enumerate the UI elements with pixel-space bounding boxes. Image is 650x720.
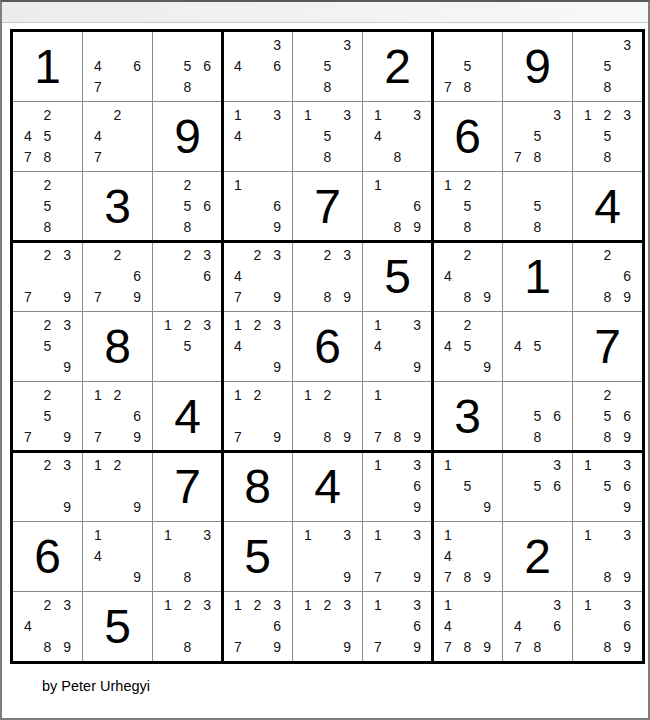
candidate-empty bbox=[57, 104, 77, 125]
cell-r1c9[interactable]: 358 bbox=[573, 32, 642, 101]
candidate-empty bbox=[127, 524, 147, 545]
candidate-empty bbox=[547, 217, 567, 238]
cell-r6c2[interactable]: 12679 bbox=[83, 382, 152, 451]
candidate-empty bbox=[248, 195, 268, 216]
candidate-empty bbox=[438, 195, 458, 216]
candidate-empty bbox=[127, 475, 147, 496]
cell-r3c6[interactable]: 1689 bbox=[363, 172, 432, 241]
cell-r8c3[interactable]: 138 bbox=[153, 522, 222, 591]
cell-r5c6[interactable]: 1349 bbox=[363, 312, 432, 381]
candidate-empty bbox=[388, 545, 408, 566]
candidate-empty bbox=[388, 454, 408, 475]
cell-r2c4[interactable]: 134 bbox=[223, 102, 292, 171]
candidate-3: 3 bbox=[547, 454, 567, 475]
cell-r8c5[interactable]: 139 bbox=[293, 522, 362, 591]
candidate-5: 5 bbox=[318, 125, 338, 146]
candidate-empty bbox=[197, 287, 217, 308]
candidate-2: 2 bbox=[248, 244, 268, 265]
cell-r1c8[interactable]: 9 bbox=[503, 32, 572, 101]
cell-r5c7[interactable]: 2459 bbox=[433, 312, 502, 381]
candidate-5: 5 bbox=[458, 475, 478, 496]
cell-r2c1[interactable]: 24578 bbox=[13, 102, 82, 171]
candidate-9: 9 bbox=[617, 287, 637, 308]
candidate-empty bbox=[248, 104, 268, 125]
candidate-3: 3 bbox=[617, 34, 637, 55]
cell-r3c2[interactable]: 3 bbox=[83, 172, 152, 241]
candidate-empty bbox=[267, 265, 287, 286]
cell-r8c6[interactable]: 1379 bbox=[363, 522, 432, 591]
candidate-9: 9 bbox=[617, 567, 637, 588]
candidate-9: 9 bbox=[337, 427, 357, 448]
candidate-6: 6 bbox=[127, 55, 147, 76]
cell-r2c6[interactable]: 1348 bbox=[363, 102, 432, 171]
candidate-empty bbox=[38, 287, 58, 308]
candidate-6: 6 bbox=[617, 475, 637, 496]
cell-r5c2[interactable]: 8 bbox=[83, 312, 152, 381]
candidate-empty bbox=[298, 287, 318, 308]
candidate-8: 8 bbox=[598, 77, 618, 98]
candidate-empty bbox=[248, 427, 268, 448]
candidate-empty bbox=[578, 545, 598, 566]
candidate-empty bbox=[38, 427, 58, 448]
candidate-empty bbox=[477, 314, 497, 335]
candidate-3: 3 bbox=[407, 454, 427, 475]
candidate-empty bbox=[248, 55, 268, 76]
candidate-9: 9 bbox=[407, 357, 427, 378]
candidate-5: 5 bbox=[528, 125, 548, 146]
candidate-empty bbox=[108, 405, 128, 426]
candidate-1: 1 bbox=[438, 454, 458, 475]
sudoku-board: 1467568346358257893582457824791341358134… bbox=[10, 29, 645, 664]
candidate-3: 3 bbox=[57, 594, 77, 615]
candidate-6: 6 bbox=[267, 615, 287, 636]
candidate-1: 1 bbox=[368, 454, 388, 475]
candidate-5: 5 bbox=[38, 405, 58, 426]
cell-r9c8[interactable]: 34678 bbox=[503, 592, 572, 661]
pencil-marks: 578 bbox=[433, 32, 502, 101]
candidate-empty bbox=[18, 314, 38, 335]
cell-r7c5[interactable]: 4 bbox=[293, 452, 362, 521]
candidate-2: 2 bbox=[318, 594, 338, 615]
candidate-empty bbox=[248, 77, 268, 98]
candidate-9: 9 bbox=[407, 427, 427, 448]
candidate-empty bbox=[178, 34, 198, 55]
candidate-empty bbox=[197, 637, 217, 658]
candidate-empty bbox=[477, 335, 497, 356]
cell-r6c5[interactable]: 1289 bbox=[293, 382, 362, 451]
candidate-empty bbox=[388, 524, 408, 545]
candidate-empty bbox=[108, 427, 128, 448]
candidate-2: 2 bbox=[458, 314, 478, 335]
cell-r8c9[interactable]: 1389 bbox=[573, 522, 642, 591]
candidate-empty bbox=[228, 217, 248, 238]
cell-r9c7[interactable]: 14789 bbox=[433, 592, 502, 661]
cell-r4c6[interactable]: 5 bbox=[363, 242, 432, 311]
candidate-4: 4 bbox=[88, 125, 108, 146]
candidate-3: 3 bbox=[337, 244, 357, 265]
candidate-empty bbox=[578, 34, 598, 55]
candidate-1: 1 bbox=[228, 384, 248, 405]
pencil-marks: 2689 bbox=[573, 242, 642, 311]
cell-r6c1[interactable]: 2579 bbox=[13, 382, 82, 451]
pencil-marks: 1239 bbox=[293, 592, 362, 661]
cell-r8c2[interactable]: 149 bbox=[83, 522, 152, 591]
candidate-6: 6 bbox=[127, 265, 147, 286]
candidate-empty bbox=[458, 454, 478, 475]
cell-r4c2[interactable]: 2679 bbox=[83, 242, 152, 311]
cell-r5c5[interactable]: 6 bbox=[293, 312, 362, 381]
candidate-9: 9 bbox=[617, 497, 637, 518]
candidate-3: 3 bbox=[337, 594, 357, 615]
pencil-marks: 1369 bbox=[363, 452, 432, 521]
candidate-empty bbox=[388, 104, 408, 125]
candidate-2: 2 bbox=[38, 454, 58, 475]
cell-r7c9[interactable]: 13569 bbox=[573, 452, 642, 521]
candidate-2: 2 bbox=[248, 594, 268, 615]
candidate-7: 7 bbox=[508, 637, 528, 658]
candidate-8: 8 bbox=[458, 567, 478, 588]
candidate-empty bbox=[388, 594, 408, 615]
candidate-7: 7 bbox=[228, 287, 248, 308]
cell-r3c4[interactable]: 169 bbox=[223, 172, 292, 241]
candidate-3: 3 bbox=[267, 594, 287, 615]
candidate-9: 9 bbox=[267, 427, 287, 448]
big-digit: 7 bbox=[594, 323, 621, 371]
candidate-empty bbox=[248, 174, 268, 195]
candidate-empty bbox=[407, 147, 427, 168]
cell-r1c3[interactable]: 568 bbox=[153, 32, 222, 101]
candidate-empty bbox=[547, 125, 567, 146]
candidate-empty bbox=[617, 244, 637, 265]
candidate-empty bbox=[108, 55, 128, 76]
candidate-empty bbox=[298, 545, 318, 566]
candidate-1: 1 bbox=[578, 524, 598, 545]
cell-r1c2[interactable]: 467 bbox=[83, 32, 152, 101]
cell-r6c7[interactable]: 3 bbox=[433, 382, 502, 451]
candidate-empty bbox=[158, 265, 178, 286]
candidate-empty bbox=[508, 427, 528, 448]
candidate-5: 5 bbox=[458, 55, 478, 76]
candidate-empty bbox=[228, 147, 248, 168]
candidate-8: 8 bbox=[528, 217, 548, 238]
candidate-4: 4 bbox=[508, 615, 528, 636]
candidate-4: 4 bbox=[438, 615, 458, 636]
candidate-empty bbox=[197, 77, 217, 98]
candidate-empty bbox=[108, 545, 128, 566]
cell-r7c6[interactable]: 1369 bbox=[363, 452, 432, 521]
candidate-empty bbox=[158, 567, 178, 588]
candidate-empty bbox=[158, 545, 178, 566]
candidate-8: 8 bbox=[388, 147, 408, 168]
candidate-empty bbox=[598, 454, 618, 475]
cell-r7c3[interactable]: 7 bbox=[153, 452, 222, 521]
cell-r9c2[interactable]: 5 bbox=[83, 592, 152, 661]
cell-r2c9[interactable]: 12358 bbox=[573, 102, 642, 171]
candidate-empty bbox=[337, 265, 357, 286]
candidate-3: 3 bbox=[617, 454, 637, 475]
candidate-empty bbox=[108, 265, 128, 286]
candidate-empty bbox=[458, 615, 478, 636]
candidate-9: 9 bbox=[477, 287, 497, 308]
candidate-empty bbox=[298, 77, 318, 98]
candidate-1: 1 bbox=[88, 454, 108, 475]
candidate-5: 5 bbox=[178, 195, 198, 216]
candidate-empty bbox=[318, 545, 338, 566]
big-digit: 9 bbox=[174, 113, 201, 161]
pencil-marks: 25689 bbox=[573, 382, 642, 451]
pencil-marks: 2359 bbox=[13, 312, 82, 381]
cell-r3c1[interactable]: 258 bbox=[13, 172, 82, 241]
pencil-marks: 12349 bbox=[223, 312, 292, 381]
candidate-empty bbox=[108, 567, 128, 588]
candidate-4: 4 bbox=[438, 545, 458, 566]
cell-r4c7[interactable]: 2489 bbox=[433, 242, 502, 311]
cell-r6c6[interactable]: 1789 bbox=[363, 382, 432, 451]
cell-r1c6[interactable]: 2 bbox=[363, 32, 432, 101]
big-digit: 6 bbox=[314, 323, 341, 371]
candidate-6: 6 bbox=[547, 405, 567, 426]
candidate-empty bbox=[388, 567, 408, 588]
candidate-2: 2 bbox=[248, 314, 268, 335]
cell-r3c3[interactable]: 2568 bbox=[153, 172, 222, 241]
cell-r4c9[interactable]: 2689 bbox=[573, 242, 642, 311]
cell-r1c7[interactable]: 578 bbox=[433, 32, 502, 101]
candidate-3: 3 bbox=[547, 594, 567, 615]
cell-r8c1[interactable]: 6 bbox=[13, 522, 82, 591]
candidate-empty bbox=[578, 77, 598, 98]
cell-r9c9[interactable]: 13689 bbox=[573, 592, 642, 661]
cell-r7c8[interactable]: 356 bbox=[503, 452, 572, 521]
candidate-empty bbox=[158, 195, 178, 216]
candidate-empty bbox=[578, 405, 598, 426]
cell-r9c4[interactable]: 123679 bbox=[223, 592, 292, 661]
candidate-empty bbox=[18, 174, 38, 195]
cell-r9c6[interactable]: 13679 bbox=[363, 592, 432, 661]
cell-r3c7[interactable]: 1258 bbox=[433, 172, 502, 241]
candidate-1: 1 bbox=[438, 524, 458, 545]
candidate-empty bbox=[197, 335, 217, 356]
candidate-empty bbox=[228, 357, 248, 378]
cell-r1c5[interactable]: 358 bbox=[293, 32, 362, 101]
candidate-9: 9 bbox=[57, 427, 77, 448]
big-digit: 8 bbox=[244, 463, 271, 511]
cell-r5c1[interactable]: 2359 bbox=[13, 312, 82, 381]
candidate-empty bbox=[18, 454, 38, 475]
cell-r6c4[interactable]: 1279 bbox=[223, 382, 292, 451]
candidate-empty bbox=[477, 265, 497, 286]
pencil-marks: 568 bbox=[503, 382, 572, 451]
candidate-5: 5 bbox=[528, 475, 548, 496]
candidate-3: 3 bbox=[267, 104, 287, 125]
candidate-1: 1 bbox=[158, 314, 178, 335]
candidate-empty bbox=[477, 195, 497, 216]
candidate-7: 7 bbox=[438, 637, 458, 658]
candidate-empty bbox=[248, 357, 268, 378]
candidate-8: 8 bbox=[178, 77, 198, 98]
cell-r7c1[interactable]: 239 bbox=[13, 452, 82, 521]
candidate-6: 6 bbox=[127, 405, 147, 426]
candidate-1: 1 bbox=[368, 524, 388, 545]
candidate-4: 4 bbox=[368, 335, 388, 356]
pencil-marks: 23489 bbox=[13, 592, 82, 661]
candidate-9: 9 bbox=[617, 637, 637, 658]
pencil-marks: 2568 bbox=[153, 172, 222, 241]
candidate-empty bbox=[298, 34, 318, 55]
pencil-marks: 12358 bbox=[573, 102, 642, 171]
candidate-empty bbox=[438, 497, 458, 518]
candidate-3: 3 bbox=[267, 314, 287, 335]
cell-r5c3[interactable]: 1235 bbox=[153, 312, 222, 381]
cell-r3c5[interactable]: 7 bbox=[293, 172, 362, 241]
candidate-5: 5 bbox=[528, 335, 548, 356]
candidate-empty bbox=[18, 637, 38, 658]
candidate-7: 7 bbox=[368, 427, 388, 448]
candidate-2: 2 bbox=[38, 314, 58, 335]
cell-r8c4[interactable]: 5 bbox=[223, 522, 292, 591]
candidate-empty bbox=[158, 55, 178, 76]
cell-r2c3[interactable]: 9 bbox=[153, 102, 222, 171]
candidate-1: 1 bbox=[298, 384, 318, 405]
cell-r2c2[interactable]: 247 bbox=[83, 102, 152, 171]
candidate-8: 8 bbox=[598, 147, 618, 168]
candidate-empty bbox=[298, 244, 318, 265]
cell-r1c1[interactable]: 1 bbox=[13, 32, 82, 101]
candidate-5: 5 bbox=[458, 335, 478, 356]
cell-r8c8[interactable]: 2 bbox=[503, 522, 572, 591]
pencil-marks: 13679 bbox=[363, 592, 432, 661]
candidate-empty bbox=[18, 405, 38, 426]
cell-r4c8[interactable]: 1 bbox=[503, 242, 572, 311]
candidate-empty bbox=[477, 615, 497, 636]
pencil-marks: 138 bbox=[153, 522, 222, 591]
cell-r2c7[interactable]: 6 bbox=[433, 102, 502, 171]
cell-r3c9[interactable]: 4 bbox=[573, 172, 642, 241]
candidate-empty bbox=[477, 475, 497, 496]
cell-r1c4[interactable]: 346 bbox=[223, 32, 292, 101]
candidate-empty bbox=[267, 384, 287, 405]
pencil-marks: 2389 bbox=[293, 242, 362, 311]
cell-r2c8[interactable]: 3578 bbox=[503, 102, 572, 171]
big-digit: 4 bbox=[174, 393, 201, 441]
candidate-empty bbox=[388, 125, 408, 146]
candidate-empty bbox=[578, 475, 598, 496]
cell-r7c4[interactable]: 8 bbox=[223, 452, 292, 521]
candidate-empty bbox=[388, 314, 408, 335]
cell-r4c3[interactable]: 236 bbox=[153, 242, 222, 311]
cell-r7c7[interactable]: 159 bbox=[433, 452, 502, 521]
cell-r9c5[interactable]: 1239 bbox=[293, 592, 362, 661]
cell-r4c5[interactable]: 2389 bbox=[293, 242, 362, 311]
candidate-empty bbox=[267, 125, 287, 146]
pencil-marks: 358 bbox=[293, 32, 362, 101]
candidate-empty bbox=[477, 244, 497, 265]
cell-r2c5[interactable]: 1358 bbox=[293, 102, 362, 171]
candidate-5: 5 bbox=[38, 125, 58, 146]
candidate-8: 8 bbox=[38, 147, 58, 168]
candidate-empty bbox=[318, 637, 338, 658]
cell-r9c3[interactable]: 1238 bbox=[153, 592, 222, 661]
pencil-marks: 13689 bbox=[573, 592, 642, 661]
candidate-empty bbox=[388, 357, 408, 378]
cell-r5c8[interactable]: 45 bbox=[503, 312, 572, 381]
candidate-empty bbox=[88, 244, 108, 265]
candidate-empty bbox=[368, 195, 388, 216]
cell-r3c8[interactable]: 58 bbox=[503, 172, 572, 241]
pencil-marks: 1235 bbox=[153, 312, 222, 381]
candidate-empty bbox=[197, 174, 217, 195]
candidate-3: 3 bbox=[197, 524, 217, 545]
candidate-9: 9 bbox=[127, 427, 147, 448]
candidate-empty bbox=[598, 265, 618, 286]
candidate-9: 9 bbox=[407, 637, 427, 658]
cell-r9c1[interactable]: 23489 bbox=[13, 592, 82, 661]
cell-r7c2[interactable]: 129 bbox=[83, 452, 152, 521]
candidate-empty bbox=[528, 594, 548, 615]
candidate-1: 1 bbox=[578, 594, 598, 615]
candidate-8: 8 bbox=[528, 427, 548, 448]
candidate-1: 1 bbox=[298, 524, 318, 545]
candidate-9: 9 bbox=[127, 497, 147, 518]
candidate-2: 2 bbox=[598, 384, 618, 405]
candidate-empty bbox=[108, 125, 128, 146]
pencil-marks: 139 bbox=[293, 522, 362, 591]
candidate-empty bbox=[298, 637, 318, 658]
cell-r6c8[interactable]: 568 bbox=[503, 382, 572, 451]
cell-r5c9[interactable]: 7 bbox=[573, 312, 642, 381]
cell-r8c7[interactable]: 14789 bbox=[433, 522, 502, 591]
candidate-empty bbox=[127, 545, 147, 566]
candidate-empty bbox=[158, 217, 178, 238]
candidate-empty bbox=[57, 405, 77, 426]
candidate-2: 2 bbox=[458, 174, 478, 195]
candidate-empty bbox=[38, 265, 58, 286]
pencil-marks: 14789 bbox=[433, 522, 502, 591]
candidate-8: 8 bbox=[598, 567, 618, 588]
candidate-1: 1 bbox=[438, 594, 458, 615]
candidate-empty bbox=[318, 405, 338, 426]
candidate-empty bbox=[368, 217, 388, 238]
cell-r6c3[interactable]: 4 bbox=[153, 382, 222, 451]
cell-r4c1[interactable]: 2379 bbox=[13, 242, 82, 311]
candidate-empty bbox=[508, 594, 528, 615]
cell-r6c9[interactable]: 25689 bbox=[573, 382, 642, 451]
candidate-empty bbox=[18, 217, 38, 238]
candidate-8: 8 bbox=[458, 637, 478, 658]
candidate-9: 9 bbox=[407, 217, 427, 238]
big-digit: 2 bbox=[384, 43, 411, 91]
pencil-marks: 1389 bbox=[573, 522, 642, 591]
candidate-9: 9 bbox=[57, 637, 77, 658]
candidate-empty bbox=[318, 524, 338, 545]
candidate-empty bbox=[267, 335, 287, 356]
candidate-1: 1 bbox=[158, 524, 178, 545]
candidate-empty bbox=[127, 147, 147, 168]
cell-r5c4[interactable]: 12349 bbox=[223, 312, 292, 381]
candidate-2: 2 bbox=[598, 244, 618, 265]
candidate-empty bbox=[88, 104, 108, 125]
candidate-empty bbox=[477, 55, 497, 76]
pencil-marks: 1279 bbox=[223, 382, 292, 451]
pencil-marks: 1258 bbox=[433, 172, 502, 241]
pencil-marks: 258 bbox=[13, 172, 82, 241]
candidate-empty bbox=[127, 244, 147, 265]
cell-r4c4[interactable]: 23479 bbox=[223, 242, 292, 311]
pencil-marks: 1379 bbox=[363, 522, 432, 591]
pencil-marks: 467 bbox=[83, 32, 152, 101]
candidate-5: 5 bbox=[178, 335, 198, 356]
candidate-empty bbox=[18, 265, 38, 286]
candidate-1: 1 bbox=[578, 454, 598, 475]
